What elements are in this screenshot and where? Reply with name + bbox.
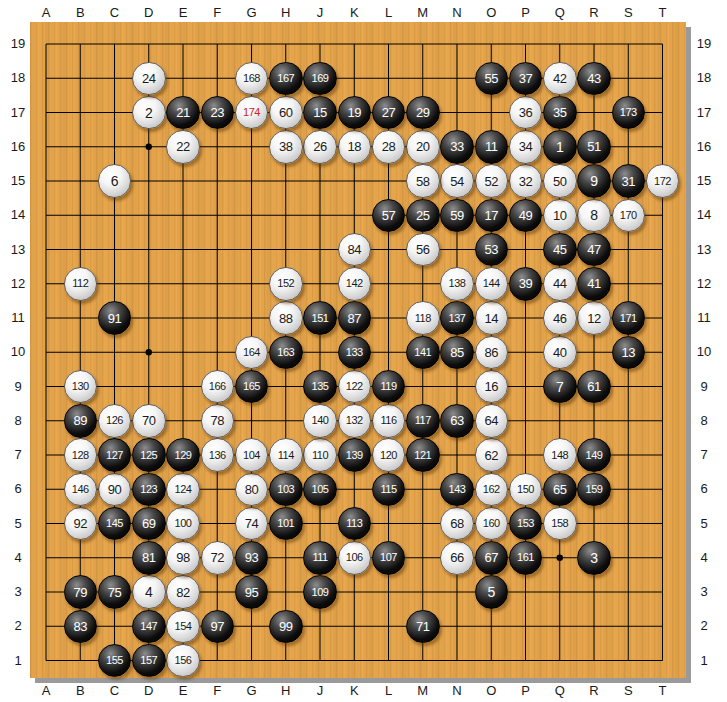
black-stone-163: 163: [269, 336, 303, 370]
black-stone-123: 123: [132, 473, 166, 507]
stone-move-number: 22: [176, 140, 189, 153]
column-label-top-R: R: [582, 6, 606, 20]
black-stone-173: 173: [612, 96, 646, 130]
stone-move-number: 112: [72, 278, 88, 289]
column-label-bottom-R: R: [582, 684, 606, 698]
white-stone-86: 86: [475, 336, 509, 370]
black-stone-139: 139: [338, 438, 372, 472]
white-stone-140: 140: [303, 404, 337, 438]
white-stone-66: 66: [440, 541, 474, 575]
row-label-right-2: 2: [692, 619, 716, 633]
column-label-top-A: A: [34, 6, 58, 20]
black-stone-3: 3: [577, 541, 611, 575]
white-stone-28: 28: [372, 130, 406, 164]
stone-move-number: 91: [108, 312, 121, 325]
white-stone-126: 126: [98, 404, 132, 438]
white-stone-158: 158: [543, 507, 577, 541]
black-stone-51: 51: [577, 130, 611, 164]
black-stone-167: 167: [269, 62, 303, 96]
stone-move-number: 109: [312, 587, 329, 598]
column-label-bottom-A: A: [34, 684, 58, 698]
row-label-right-13: 13: [692, 243, 716, 257]
row-label-left-4: 4: [6, 551, 30, 565]
black-stone-81: 81: [132, 541, 166, 575]
white-stone-62: 62: [475, 438, 509, 472]
stone-move-number: 106: [346, 552, 363, 563]
column-label-top-L: L: [377, 6, 401, 20]
black-stone-133: 133: [338, 336, 372, 370]
stone-move-number: 126: [106, 415, 123, 426]
stone-move-number: 171: [620, 313, 637, 324]
stone-move-number: 135: [312, 381, 329, 392]
white-stone-4: 4: [132, 575, 166, 609]
black-stone-7: 7: [543, 370, 577, 404]
white-stone-150: 150: [509, 473, 543, 507]
stone-move-number: 19: [348, 106, 361, 119]
row-label-left-16: 16: [6, 140, 30, 154]
black-stone-169: 169: [303, 62, 337, 96]
stone-move-number: 15: [313, 106, 326, 119]
row-label-right-5: 5: [692, 517, 716, 531]
black-stone-141: 141: [406, 336, 440, 370]
stone-move-number: 143: [449, 484, 466, 495]
column-label-top-B: B: [68, 6, 92, 20]
stone-move-number: 62: [485, 449, 498, 462]
stone-move-number: 45: [553, 243, 566, 256]
stone-move-number: 56: [416, 243, 429, 256]
black-stone-151: 151: [303, 301, 337, 335]
black-stone-145: 145: [98, 507, 132, 541]
column-label-top-J: J: [308, 6, 332, 20]
stone-move-number: 43: [587, 72, 600, 85]
stone-move-number: 99: [279, 620, 292, 633]
black-stone-91: 91: [98, 301, 132, 335]
column-label-bottom-E: E: [171, 684, 195, 698]
stone-move-number: 44: [553, 277, 566, 290]
stone-move-number: 64: [485, 414, 498, 427]
stone-move-number: 89: [74, 414, 87, 427]
row-label-right-1: 1: [692, 654, 716, 668]
stone-move-number: 24: [142, 72, 155, 85]
stone-grid: 1234567891011121314151617181920212223242…: [29, 27, 680, 678]
black-stone-149: 149: [577, 438, 611, 472]
column-label-top-K: K: [342, 6, 366, 20]
stone-move-number: 118: [415, 313, 431, 324]
white-stone-46: 46: [543, 301, 577, 335]
black-stone-37: 37: [509, 62, 543, 96]
black-stone-13: 13: [612, 336, 646, 370]
stone-move-number: 50: [553, 175, 566, 188]
white-stone-118: 118: [406, 301, 440, 335]
black-stone-21: 21: [166, 96, 200, 130]
black-stone-43: 43: [577, 62, 611, 96]
stone-move-number: 69: [142, 517, 155, 530]
column-label-top-D: D: [137, 6, 161, 20]
column-label-top-P: P: [514, 6, 538, 20]
stone-move-number: 127: [106, 450, 123, 461]
stone-move-number: 79: [74, 586, 87, 599]
stone-move-number: 78: [211, 414, 224, 427]
black-stone-61: 61: [577, 370, 611, 404]
stone-move-number: 130: [72, 381, 89, 392]
stone-move-number: 57: [382, 209, 395, 222]
white-stone-114: 114: [269, 438, 303, 472]
row-label-right-9: 9: [692, 380, 716, 394]
stone-move-number: 124: [175, 484, 192, 495]
stone-move-number: 72: [211, 551, 224, 564]
row-label-left-17: 17: [6, 106, 30, 120]
stone-move-number: 46: [553, 312, 566, 325]
black-stone-97: 97: [201, 610, 235, 644]
stone-move-number: 7: [556, 380, 563, 394]
stone-move-number: 115: [380, 484, 396, 495]
stone-move-number: 25: [416, 209, 429, 222]
black-stone-127: 127: [98, 438, 132, 472]
black-stone-47: 47: [577, 233, 611, 267]
stone-move-number: 52: [485, 175, 498, 188]
stone-move-number: 148: [551, 450, 568, 461]
stone-move-number: 26: [313, 140, 326, 153]
stone-move-number: 63: [450, 414, 463, 427]
white-stone-34: 34: [509, 130, 543, 164]
stone-move-number: 163: [277, 347, 294, 358]
stone-move-number: 82: [176, 586, 189, 599]
row-label-left-2: 2: [6, 619, 30, 633]
white-stone-88: 88: [269, 301, 303, 335]
stone-move-number: 111: [312, 552, 327, 563]
white-stone-92: 92: [64, 507, 98, 541]
column-label-bottom-S: S: [616, 684, 640, 698]
stone-move-number: 11: [485, 140, 498, 153]
white-stone-50: 50: [543, 164, 577, 198]
black-stone-69: 69: [132, 507, 166, 541]
stone-move-number: 1: [556, 140, 563, 154]
stone-move-number: 113: [346, 518, 362, 529]
black-stone-83: 83: [64, 610, 98, 644]
stone-move-number: 155: [106, 655, 123, 666]
stone-move-number: 105: [312, 484, 329, 495]
black-stone-39: 39: [509, 267, 543, 301]
stone-move-number: 162: [483, 484, 500, 495]
stone-move-number: 153: [517, 518, 534, 529]
black-stone-107: 107: [372, 541, 406, 575]
column-label-bottom-J: J: [308, 684, 332, 698]
white-stone-38: 38: [269, 130, 303, 164]
stone-move-number: 59: [450, 209, 463, 222]
stone-move-number: 141: [414, 347, 431, 358]
white-stone-20: 20: [406, 130, 440, 164]
stone-move-number: 42: [553, 72, 566, 85]
stone-move-number: 144: [483, 278, 500, 289]
stone-move-number: 41: [587, 277, 600, 290]
white-stone-54: 54: [440, 164, 474, 198]
black-stone-103: 103: [269, 473, 303, 507]
white-stone-122: 122: [338, 370, 372, 404]
stone-move-number: 71: [416, 620, 429, 633]
stone-move-number: 95: [245, 586, 258, 599]
white-stone-70: 70: [132, 404, 166, 438]
black-stone-153: 153: [509, 507, 543, 541]
stone-move-number: 5: [488, 585, 495, 599]
black-stone-29: 29: [406, 96, 440, 130]
stone-move-number: 98: [176, 551, 189, 564]
stone-move-number: 80: [245, 483, 258, 496]
white-stone-100: 100: [166, 507, 200, 541]
stone-move-number: 159: [586, 484, 603, 495]
column-label-bottom-P: P: [514, 684, 538, 698]
stone-move-number: 147: [140, 621, 157, 632]
stone-move-number: 169: [312, 73, 329, 84]
black-stone-117: 117: [406, 404, 440, 438]
stone-move-number: 165: [243, 381, 260, 392]
row-label-right-17: 17: [692, 106, 716, 120]
column-label-bottom-H: H: [274, 684, 298, 698]
white-stone-130: 130: [64, 370, 98, 404]
stone-move-number: 60: [279, 106, 292, 119]
stone-move-number: 167: [277, 73, 294, 84]
stone-move-number: 125: [140, 450, 157, 461]
stone-move-number: 85: [450, 346, 463, 359]
stone-move-number: 6: [111, 174, 118, 188]
row-label-left-18: 18: [6, 71, 30, 85]
row-label-left-19: 19: [6, 37, 30, 51]
black-stone-115: 115: [372, 473, 406, 507]
black-stone-17: 17: [475, 199, 509, 233]
white-stone-72: 72: [201, 541, 235, 575]
row-label-right-11: 11: [692, 311, 716, 325]
white-stone-162: 162: [475, 473, 509, 507]
black-stone-95: 95: [235, 575, 269, 609]
last-move-stone-174: 174: [235, 96, 269, 130]
black-stone-161: 161: [509, 541, 543, 575]
stone-move-number: 75: [108, 586, 121, 599]
white-stone-82: 82: [166, 575, 200, 609]
white-stone-172: 172: [646, 164, 680, 198]
black-stone-9: 9: [577, 164, 611, 198]
black-stone-111: 111: [303, 541, 337, 575]
black-stone-109: 109: [303, 575, 337, 609]
black-stone-135: 135: [303, 370, 337, 404]
stone-move-number: 55: [485, 72, 498, 85]
stone-move-number: 47: [587, 243, 600, 256]
column-label-bottom-C: C: [103, 684, 127, 698]
white-stone-132: 132: [338, 404, 372, 438]
stone-move-number: 172: [654, 176, 671, 187]
row-label-left-3: 3: [6, 585, 30, 599]
stone-move-number: 157: [140, 655, 157, 666]
stone-move-number: 93: [245, 551, 258, 564]
stone-move-number: 120: [380, 450, 397, 461]
black-stone-31: 31: [612, 164, 646, 198]
black-stone-143: 143: [440, 473, 474, 507]
black-stone-137: 137: [440, 301, 474, 335]
column-label-top-H: H: [274, 6, 298, 20]
black-stone-45: 45: [543, 233, 577, 267]
stone-move-number: 83: [74, 620, 87, 633]
row-label-right-8: 8: [692, 414, 716, 428]
white-stone-138: 138: [440, 267, 474, 301]
row-label-left-10: 10: [6, 345, 30, 359]
stone-move-number: 29: [416, 106, 429, 119]
stone-move-number: 3: [590, 551, 597, 565]
stone-move-number: 132: [346, 415, 363, 426]
row-label-left-15: 15: [6, 174, 30, 188]
black-stone-15: 15: [303, 96, 337, 130]
black-stone-5: 5: [475, 575, 509, 609]
white-stone-160: 160: [475, 507, 509, 541]
black-stone-121: 121: [406, 438, 440, 472]
white-stone-56: 56: [406, 233, 440, 267]
stone-move-number: 145: [106, 518, 123, 529]
stone-move-number: 92: [74, 517, 87, 530]
stone-move-number: 54: [450, 175, 463, 188]
stone-move-number: 53: [485, 243, 498, 256]
white-stone-164: 164: [235, 336, 269, 370]
stone-move-number: 10: [553, 209, 566, 222]
stone-move-number: 121: [414, 450, 431, 461]
black-stone-63: 63: [440, 404, 474, 438]
stone-move-number: 170: [620, 210, 637, 221]
stone-move-number: 66: [450, 551, 463, 564]
stone-move-number: 142: [346, 278, 363, 289]
stone-move-number: 137: [449, 313, 466, 324]
black-stone-147: 147: [132, 610, 166, 644]
row-label-right-16: 16: [692, 140, 716, 154]
white-stone-80: 80: [235, 473, 269, 507]
row-label-right-7: 7: [692, 448, 716, 462]
stone-move-number: 36: [519, 106, 532, 119]
row-label-left-5: 5: [6, 517, 30, 531]
row-label-left-1: 1: [6, 654, 30, 668]
stone-move-number: 149: [586, 450, 603, 461]
black-stone-71: 71: [406, 610, 440, 644]
white-stone-166: 166: [201, 370, 235, 404]
black-stone-125: 125: [132, 438, 166, 472]
white-stone-104: 104: [235, 438, 269, 472]
black-stone-55: 55: [475, 62, 509, 96]
white-stone-152: 152: [269, 267, 303, 301]
stone-move-number: 139: [346, 450, 363, 461]
black-stone-79: 79: [64, 575, 98, 609]
row-label-right-14: 14: [692, 208, 716, 222]
stone-move-number: 35: [553, 106, 566, 119]
white-stone-32: 32: [509, 164, 543, 198]
white-stone-24: 24: [132, 62, 166, 96]
black-stone-155: 155: [98, 644, 132, 678]
black-stone-11: 11: [475, 130, 509, 164]
column-label-top-T: T: [651, 6, 675, 20]
stone-move-number: 164: [243, 347, 260, 358]
stone-move-number: 119: [380, 381, 396, 392]
white-stone-42: 42: [543, 62, 577, 96]
black-stone-75: 75: [98, 575, 132, 609]
stone-move-number: 2: [145, 106, 152, 120]
black-stone-57: 57: [372, 199, 406, 233]
white-stone-154: 154: [166, 610, 200, 644]
row-label-right-18: 18: [692, 71, 716, 85]
black-stone-99: 99: [269, 610, 303, 644]
white-stone-14: 14: [475, 301, 509, 335]
stone-move-number: 151: [312, 313, 329, 324]
column-label-bottom-L: L: [377, 684, 401, 698]
white-stone-68: 68: [440, 507, 474, 541]
stone-move-number: 152: [277, 278, 294, 289]
stone-move-number: 65: [553, 483, 566, 496]
stone-move-number: 9: [590, 174, 597, 188]
stone-move-number: 90: [108, 483, 121, 496]
stone-move-number: 107: [380, 552, 397, 563]
white-stone-64: 64: [475, 404, 509, 438]
stone-move-number: 31: [622, 175, 635, 188]
row-label-right-10: 10: [692, 345, 716, 359]
column-label-top-S: S: [616, 6, 640, 20]
stone-move-number: 129: [175, 450, 192, 461]
stone-move-number: 133: [346, 347, 363, 358]
stone-move-number: 32: [519, 175, 532, 188]
stone-move-number: 138: [449, 278, 466, 289]
column-label-bottom-Q: Q: [548, 684, 572, 698]
stone-move-number: 39: [519, 277, 532, 290]
black-stone-65: 65: [543, 473, 577, 507]
white-stone-12: 12: [577, 301, 611, 335]
row-label-left-13: 13: [6, 243, 30, 257]
stone-move-number: 58: [416, 175, 429, 188]
stone-move-number: 168: [243, 73, 260, 84]
stone-move-number: 174: [243, 107, 260, 118]
stone-move-number: 88: [279, 312, 292, 325]
white-stone-168: 168: [235, 62, 269, 96]
black-stone-19: 19: [338, 96, 372, 130]
white-stone-98: 98: [166, 541, 200, 575]
stone-move-number: 114: [278, 450, 294, 461]
column-label-top-G: G: [240, 6, 264, 20]
black-stone-171: 171: [612, 301, 646, 335]
column-label-top-E: E: [171, 6, 195, 20]
stone-move-number: 40: [553, 346, 566, 359]
row-label-right-4: 4: [692, 551, 716, 565]
stone-move-number: 4: [145, 585, 152, 599]
row-label-left-7: 7: [6, 448, 30, 462]
white-stone-90: 90: [98, 473, 132, 507]
stone-move-number: 104: [243, 450, 260, 461]
column-label-bottom-F: F: [205, 684, 229, 698]
white-stone-8: 8: [577, 199, 611, 233]
column-label-top-N: N: [445, 6, 469, 20]
white-stone-2: 2: [132, 96, 166, 130]
white-stone-146: 146: [64, 473, 98, 507]
row-label-left-6: 6: [6, 482, 30, 496]
black-stone-85: 85: [440, 336, 474, 370]
white-stone-10: 10: [543, 199, 577, 233]
stone-move-number: 84: [348, 243, 361, 256]
stone-move-number: 13: [622, 346, 635, 359]
row-label-left-11: 11: [6, 311, 30, 325]
stone-move-number: 21: [176, 106, 189, 119]
column-label-bottom-G: G: [240, 684, 264, 698]
stone-move-number: 67: [485, 551, 498, 564]
stone-move-number: 86: [485, 346, 498, 359]
stone-move-number: 20: [416, 140, 429, 153]
stone-move-number: 14: [485, 312, 498, 325]
white-stone-136: 136: [201, 438, 235, 472]
stone-move-number: 154: [175, 621, 192, 632]
black-stone-27: 27: [372, 96, 406, 130]
stone-move-number: 16: [485, 380, 498, 393]
black-stone-53: 53: [475, 233, 509, 267]
black-stone-67: 67: [475, 541, 509, 575]
white-stone-116: 116: [372, 404, 406, 438]
stone-move-number: 158: [551, 518, 568, 529]
